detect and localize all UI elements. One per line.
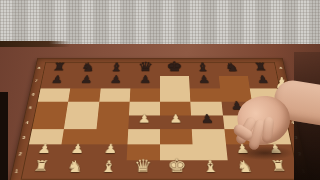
black-pawn-c7[interactable]: ♟: [109, 75, 122, 85]
black-pawn-f4[interactable]: ♟: [200, 114, 214, 125]
square-d6: [96, 115, 129, 129]
square-d8: [68, 88, 100, 101]
black-knight-b8[interactable]: ♞: [80, 61, 95, 72]
square-d7: [66, 101, 99, 115]
white-pawn-d4[interactable]: ♟: [138, 114, 151, 125]
white-pawn-e4[interactable]: ♟: [169, 114, 182, 125]
black-pawn-a7[interactable]: ♟: [50, 75, 64, 85]
black-pawn-f7[interactable]: ♟: [198, 75, 211, 85]
hand-shadow: [236, 146, 294, 160]
square-b5: [127, 129, 160, 144]
square-d5: [192, 129, 226, 144]
black-knight-g8[interactable]: ♞: [224, 61, 239, 72]
square-g8: [160, 88, 191, 101]
black-bishop-c8[interactable]: ♝: [109, 61, 124, 72]
chess-photo-scene: ♜♞♝♛♚♝♞♜♟♟♟♟♟♟♟♟♟♟♟♟♟♟♟♜♞♝♛♚♝♞♜ ABCDEFGH…: [0, 0, 320, 180]
white-king-e1[interactable]: ♚: [167, 157, 186, 175]
white-bishop-f1[interactable]: ♝: [202, 158, 220, 174]
white-knight-b1[interactable]: ♞: [66, 158, 84, 174]
black-pawn-b7[interactable]: ♟: [80, 75, 93, 85]
white-knight-g1[interactable]: ♞: [236, 158, 254, 174]
white-rook-a1[interactable]: ♜: [32, 159, 50, 174]
square-c7: [35, 101, 68, 115]
black-bishop-f8[interactable]: ♝: [196, 61, 211, 72]
white-queen-d1[interactable]: ♛: [134, 157, 153, 174]
white-pawn-a2[interactable]: ♟: [36, 143, 52, 156]
black-rook-h8[interactable]: ♜: [253, 61, 268, 72]
black-king-e8[interactable]: ♚: [166, 60, 182, 73]
white-rook-h1[interactable]: ♜: [270, 159, 288, 174]
white-bishop-c1[interactable]: ♝: [100, 158, 118, 174]
square-f8: [129, 88, 160, 101]
white-pawn-c2[interactable]: ♟: [103, 143, 117, 156]
square-c8: [38, 88, 71, 101]
square-b6: [32, 115, 66, 129]
black-rook-a8[interactable]: ♜: [52, 61, 67, 72]
black-pawn-h7[interactable]: ♟: [256, 75, 270, 85]
square-c6: [64, 115, 97, 129]
white-pawn-b2[interactable]: ♟: [70, 143, 85, 156]
square-b8: [218, 76, 249, 89]
square-c5: [160, 129, 193, 144]
table-far-edge: [0, 41, 70, 47]
black-pawn-d7[interactable]: ♟: [139, 75, 151, 85]
square-e7: [98, 101, 130, 115]
table-left-shadow: [0, 92, 8, 180]
black-queen-d8[interactable]: ♛: [138, 61, 154, 74]
square-h8: [190, 88, 221, 101]
square-e8: [99, 88, 130, 101]
square-a8: [160, 76, 190, 89]
